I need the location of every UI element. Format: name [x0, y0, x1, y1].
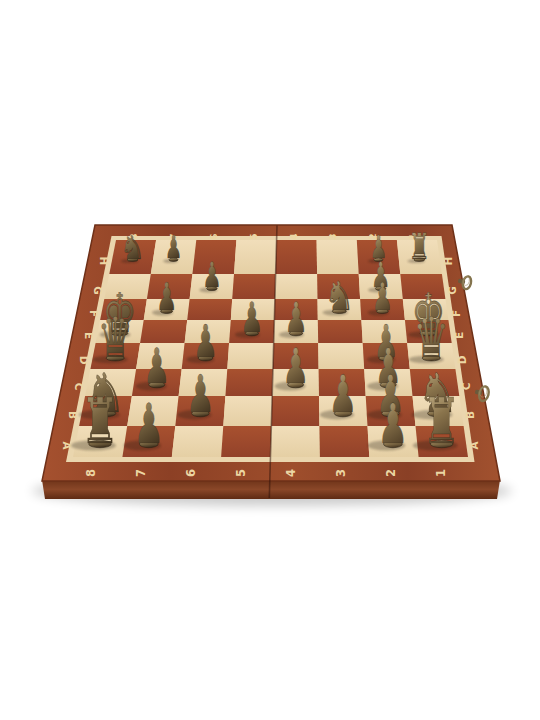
piece-white-pawn-e4[interactable]: ♟ [279, 294, 307, 342]
coord-right-e: E [453, 332, 465, 339]
piece-glyph: ♜ [408, 225, 430, 267]
coord-left-b: B [67, 411, 79, 419]
coord-right-g: G [446, 286, 458, 295]
coord-bottom-2: 2 [384, 469, 398, 477]
piece-glyph: ♟ [284, 294, 307, 342]
piece-glyph: ♞ [120, 228, 145, 266]
piece-glyph: ♜ [81, 384, 120, 458]
coord-bottom-3: 3 [334, 469, 348, 477]
coord-right-b: B [464, 411, 476, 419]
piece-black-pawn-g6[interactable]: ♟ [199, 255, 221, 296]
piece-glyph: ♜ [422, 384, 461, 458]
piece-glyph: ♟ [143, 339, 170, 396]
square-c5[interactable] [225, 369, 273, 396]
piece-black-knight-h8[interactable]: ♞ [120, 228, 145, 266]
piece-black-pawn-e5[interactable]: ♟ [235, 294, 263, 342]
piece-glyph: ♟ [372, 274, 393, 320]
piece-glyph: ♟ [378, 391, 409, 456]
square-b4[interactable] [271, 396, 319, 426]
coord-top-3: 3 [328, 233, 338, 239]
square-a3[interactable] [319, 426, 369, 457]
square-b5[interactable] [223, 396, 272, 426]
piece-glyph: ♟ [165, 230, 182, 266]
piece-glyph: ♞ [324, 272, 355, 319]
square-a6[interactable] [172, 426, 224, 457]
square-d5[interactable] [227, 343, 273, 369]
square-h4[interactable] [276, 240, 318, 274]
square-h3[interactable] [317, 240, 359, 274]
coord-top-6: 6 [209, 233, 219, 239]
square-h5[interactable] [234, 240, 277, 274]
coord-bottom-4: 4 [284, 469, 298, 477]
piece-glyph: ♟ [186, 364, 215, 424]
coord-bottom-6: 6 [184, 469, 198, 477]
coord-right-a: A [468, 441, 480, 450]
piece-glyph: ♟ [202, 255, 221, 296]
chess-board: 8877665544332211HHGGFFEEDDCCBBAA♞♟♟♜♟♟♟♞… [0, 0, 540, 720]
piece-white-rook-h1[interactable]: ♜ [407, 225, 430, 267]
coord-top-4: 4 [289, 233, 299, 239]
coord-bottom-8: 8 [84, 469, 98, 477]
coord-top-5: 5 [249, 233, 259, 239]
coord-right-c: C [460, 382, 472, 390]
piece-glyph: ♟ [156, 274, 177, 320]
coord-bottom-5: 5 [234, 469, 248, 477]
board-side-face [42, 480, 500, 499]
piece-glyph: ♟ [329, 364, 358, 424]
coord-right-f: F [450, 310, 462, 317]
piece-white-knight-f3[interactable]: ♞ [323, 272, 355, 319]
piece-white-queen-d1[interactable]: ♛ [409, 305, 449, 369]
coord-bottom-7: 7 [134, 469, 148, 477]
piece-glyph: ♟ [193, 315, 218, 368]
square-a4[interactable] [271, 426, 320, 457]
piece-black-queen-d8[interactable]: ♛ [93, 305, 133, 369]
coord-left-e: E [83, 332, 95, 339]
piece-glyph: ♛ [97, 305, 133, 369]
piece-black-pawn-h7[interactable]: ♟ [163, 230, 182, 266]
piece-glyph: ♛ [413, 305, 449, 369]
product-photo: 8877665544332211HHGGFFEEDDCCBBAA♞♟♟♜♟♟♟♞… [0, 0, 540, 720]
coord-right-h: H [442, 257, 454, 266]
piece-glyph: ♟ [240, 294, 263, 342]
square-e3[interactable] [318, 320, 363, 343]
coord-bottom-1: 1 [434, 469, 448, 477]
piece-glyph: ♟ [282, 339, 309, 396]
piece-glyph: ♟ [133, 391, 164, 456]
coord-left-h: H [98, 257, 110, 266]
piece-white-pawn-f2[interactable]: ♟ [368, 274, 393, 320]
square-a5[interactable] [221, 426, 271, 457]
piece-black-pawn-f7[interactable]: ♟ [152, 274, 177, 320]
